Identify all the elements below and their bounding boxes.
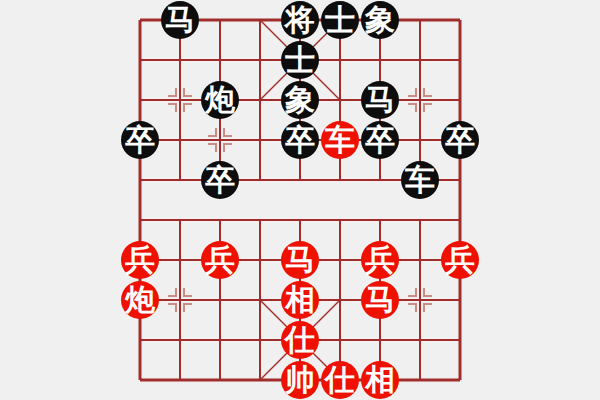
piece-black-horse[interactable]: 马 xyxy=(161,1,199,39)
piece-black-chariot[interactable]: 车 xyxy=(401,161,439,199)
piece-black-pawn[interactable]: 卒 xyxy=(201,161,239,199)
piece-red-pawn[interactable]: 兵 xyxy=(361,241,399,279)
piece-red-horse[interactable]: 马 xyxy=(281,241,319,279)
xiangqi-screen: 马将士象士炮象马卒卒车卒卒卒车兵兵马兵兵炮相马仕帅仕相 xyxy=(0,0,600,400)
piece-red-pawn[interactable]: 兵 xyxy=(441,241,479,279)
piece-black-elephant[interactable]: 象 xyxy=(361,1,399,39)
piece-red-elephant[interactable]: 相 xyxy=(281,281,319,319)
piece-black-general[interactable]: 将 xyxy=(281,1,319,39)
piece-black-elephant[interactable]: 象 xyxy=(281,81,319,119)
piece-black-pawn[interactable]: 卒 xyxy=(281,121,319,159)
piece-black-pawn[interactable]: 卒 xyxy=(121,121,159,159)
piece-red-pawn[interactable]: 兵 xyxy=(121,241,159,279)
piece-red-general[interactable]: 帅 xyxy=(281,361,319,399)
piece-red-horse[interactable]: 马 xyxy=(361,281,399,319)
piece-black-advisor[interactable]: 士 xyxy=(321,1,359,39)
xiangqi-board[interactable]: 马将士象士炮象马卒卒车卒卒卒车兵兵马兵兵炮相马仕帅仕相 xyxy=(120,0,480,400)
piece-black-advisor[interactable]: 士 xyxy=(281,41,319,79)
piece-red-pawn[interactable]: 兵 xyxy=(201,241,239,279)
piece-black-pawn[interactable]: 卒 xyxy=(361,121,399,159)
piece-black-cannon[interactable]: 炮 xyxy=(201,81,239,119)
piece-red-elephant[interactable]: 相 xyxy=(361,361,399,399)
piece-black-pawn[interactable]: 卒 xyxy=(441,121,479,159)
piece-red-advisor[interactable]: 仕 xyxy=(321,361,359,399)
piece-red-advisor[interactable]: 仕 xyxy=(281,321,319,359)
piece-black-horse[interactable]: 马 xyxy=(361,81,399,119)
piece-red-cannon[interactable]: 炮 xyxy=(121,281,159,319)
piece-red-chariot[interactable]: 车 xyxy=(321,121,359,159)
